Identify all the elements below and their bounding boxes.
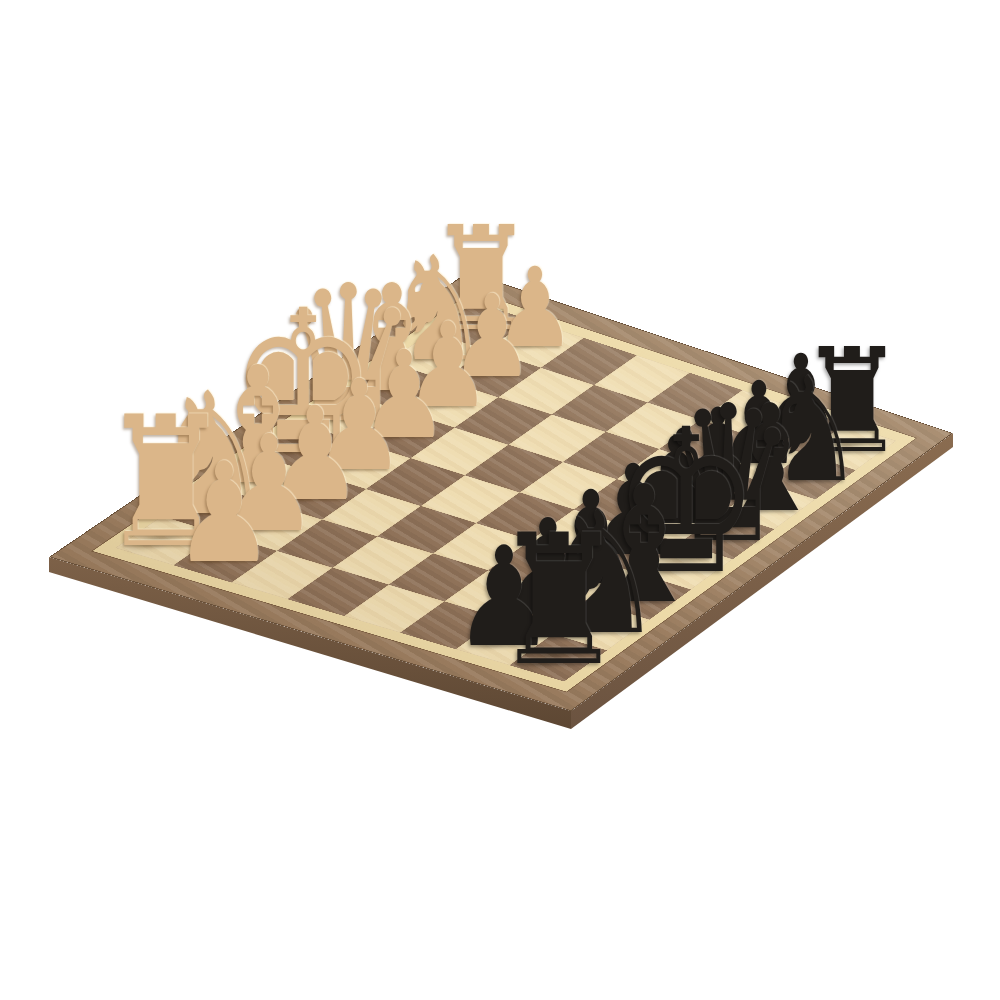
chess-set-photo-scene: ♜♞♝♛♚♝♞♜♟♟♟♟♟♟♟♟♟♟♟♟♟♟♟♟♜♞♝♛♚♝♞♜ (0, 0, 1000, 1000)
piece-black-rook[interactable]: ♜ (493, 511, 625, 691)
piece-white-pawn[interactable]: ♟ (173, 445, 274, 583)
